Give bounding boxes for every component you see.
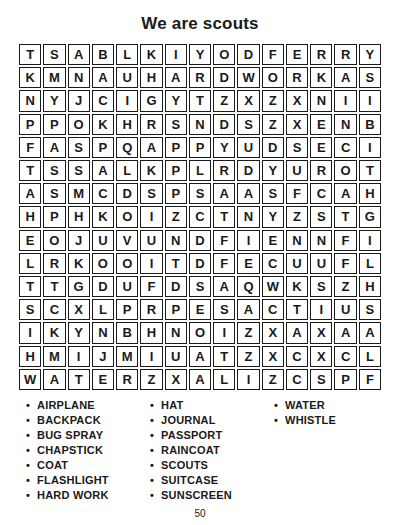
bullet-icon: • <box>26 443 30 458</box>
grid-cell-r3c1[interactable]: N <box>19 90 41 111</box>
grid-cell-r11c7[interactable]: D <box>165 276 187 297</box>
grid-cell-r6c2[interactable]: S <box>43 160 65 181</box>
word-label: HAT <box>161 398 183 413</box>
bullet-icon: • <box>150 488 154 503</box>
grid-cell-r10c13[interactable]: U <box>310 253 332 274</box>
grid-cell-r14c10[interactable]: Z <box>237 346 259 367</box>
grid-cell-r10c4[interactable]: O <box>92 253 114 274</box>
word-list-item: •RAINCOAT <box>150 443 274 458</box>
grid-cell-r2c15[interactable]: S <box>359 67 381 88</box>
grid-cell-r6c8[interactable]: L <box>189 160 211 181</box>
grid-cell-r7c2[interactable]: S <box>43 183 65 204</box>
word-list-item: •WHISTLE <box>274 413 336 428</box>
grid-cell-r1c8[interactable]: Y <box>189 44 211 65</box>
grid-cell-r15c2[interactable]: A <box>43 369 65 390</box>
grid-cell-r5c10[interactable]: U <box>237 137 259 158</box>
word-label: WATER <box>285 398 325 413</box>
grid-cell-r6c10[interactable]: D <box>237 160 259 181</box>
grid-cell-r7c8[interactable]: S <box>189 183 211 204</box>
grid-cell-r12c13[interactable]: I <box>310 299 332 320</box>
grid-cell-r7c1[interactable]: A <box>19 183 41 204</box>
grid-cell-r1c9[interactable]: O <box>213 44 235 65</box>
grid-cell-r10c1[interactable]: L <box>19 253 41 274</box>
grid-cell-r14c14[interactable]: C <box>334 346 356 367</box>
grid-cell-r13c15[interactable]: A <box>359 322 381 343</box>
grid-cell-r4c15[interactable]: B <box>359 114 381 135</box>
grid-cell-r6c15[interactable]: T <box>359 160 381 181</box>
grid-cell-r3c11[interactable]: Z <box>262 90 284 111</box>
grid-cell-r2c14[interactable]: A <box>334 67 356 88</box>
grid-cell-r6c11[interactable]: Y <box>262 160 284 181</box>
word-label: BACKPACK <box>37 413 101 428</box>
grid-cell-r8c9[interactable]: T <box>213 206 235 227</box>
grid-cell-r11c8[interactable]: S <box>189 276 211 297</box>
grid-cell-r1c13[interactable]: R <box>310 44 332 65</box>
grid-cell-r11c1[interactable]: T <box>19 276 41 297</box>
grid-cell-r13c3[interactable]: Y <box>68 322 90 343</box>
grid-cell-r15c7[interactable]: X <box>165 369 187 390</box>
grid-cell-r6c14[interactable]: O <box>334 160 356 181</box>
grid-cell-r13c6[interactable]: H <box>140 322 162 343</box>
grid-cell-r2c9[interactable]: D <box>213 67 235 88</box>
grid-cell-r7c9[interactable]: A <box>213 183 235 204</box>
grid-cell-r13c8[interactable]: O <box>189 322 211 343</box>
grid-cell-r8c10[interactable]: N <box>237 206 259 227</box>
grid-cell-r9c6[interactable]: U <box>140 230 162 251</box>
grid-cell-r15c11[interactable]: Z <box>262 369 284 390</box>
grid-cell-r8c5[interactable]: O <box>116 206 138 227</box>
word-search-grid: TSABLKIYODFERRYKMNAUHARDWORKASNYJCIGYTZX… <box>19 44 381 390</box>
word-list-item: •BACKPACK <box>26 413 150 428</box>
grid-cell-r13c9[interactable]: I <box>213 322 235 343</box>
word-label: COAT <box>37 458 68 473</box>
grid-cell-r7c6[interactable]: S <box>140 183 162 204</box>
grid-cell-r14c15[interactable]: L <box>359 346 381 367</box>
grid-cell-r5c11[interactable]: D <box>262 137 284 158</box>
grid-cell-r12c7[interactable]: P <box>165 299 187 320</box>
grid-cell-r11c2[interactable]: T <box>43 276 65 297</box>
word-list-item: •JOURNAL <box>150 413 274 428</box>
grid-cell-r10c8[interactable]: D <box>189 253 211 274</box>
grid-cell-r5c3[interactable]: S <box>68 137 90 158</box>
word-list-item: •HAT <box>150 398 274 413</box>
grid-cell-r9c9[interactable]: F <box>213 230 235 251</box>
grid-cell-r6c12[interactable]: U <box>286 160 308 181</box>
bullet-icon: • <box>26 398 30 413</box>
puzzle-page: We are scouts TSABLKIYODFERRYKMNAUHARDWO… <box>0 0 400 525</box>
grid-cell-r11c13[interactable]: S <box>310 276 332 297</box>
grid-cell-r1c1[interactable]: T <box>19 44 41 65</box>
grid-cell-r2c12[interactable]: R <box>286 67 308 88</box>
grid-cell-r4c10[interactable]: S <box>237 114 259 135</box>
grid-cell-r9c7[interactable]: N <box>165 230 187 251</box>
grid-cell-r11c9[interactable]: A <box>213 276 235 297</box>
grid-cell-r12c10[interactable]: A <box>237 299 259 320</box>
grid-cell-r6c4[interactable]: A <box>92 160 114 181</box>
grid-cell-r10c11[interactable]: C <box>262 253 284 274</box>
grid-cell-r12c2[interactable]: C <box>43 299 65 320</box>
grid-cell-r8c6[interactable]: I <box>140 206 162 227</box>
grid-cell-r7c14[interactable]: A <box>334 183 356 204</box>
grid-cell-r14c2[interactable]: M <box>43 346 65 367</box>
grid-cell-r15c15[interactable]: F <box>359 369 381 390</box>
grid-cell-r11c11[interactable]: W <box>262 276 284 297</box>
grid-cell-r9c12[interactable]: N <box>286 230 308 251</box>
grid-cell-r10c12[interactable]: U <box>286 253 308 274</box>
word-label: SUNSCREEN <box>161 488 232 503</box>
grid-cell-r6c9[interactable]: R <box>213 160 235 181</box>
grid-cell-r8c4[interactable]: K <box>92 206 114 227</box>
grid-cell-r12c11[interactable]: C <box>262 299 284 320</box>
grid-cell-r3c4[interactable]: C <box>92 90 114 111</box>
grid-cell-r10c10[interactable]: E <box>237 253 259 274</box>
grid-cell-r4c2[interactable]: P <box>43 114 65 135</box>
bullet-icon: • <box>274 398 278 413</box>
grid-cell-r12c14[interactable]: U <box>334 299 356 320</box>
grid-cell-r4c8[interactable]: N <box>189 114 211 135</box>
grid-cell-r14c8[interactable]: A <box>189 346 211 367</box>
grid-cell-r7c10[interactable]: A <box>237 183 259 204</box>
grid-cell-r8c14[interactable]: T <box>334 206 356 227</box>
grid-cell-r15c6[interactable]: Z <box>140 369 162 390</box>
grid-cell-r4c5[interactable]: H <box>116 114 138 135</box>
grid-cell-r2c7[interactable]: A <box>165 67 187 88</box>
grid-cell-r8c3[interactable]: H <box>68 206 90 227</box>
grid-cell-r15c12[interactable]: C <box>286 369 308 390</box>
grid-cell-r4c3[interactable]: O <box>68 114 90 135</box>
bullet-icon: • <box>150 398 154 413</box>
word-list-item: •FLASHLIGHT <box>26 473 150 488</box>
grid-cell-r10c6[interactable]: I <box>140 253 162 274</box>
grid-cell-r7c12[interactable]: F <box>286 183 308 204</box>
grid-cell-r7c4[interactable]: C <box>92 183 114 204</box>
word-label: WHISTLE <box>285 413 336 428</box>
word-list-item: •CHAPSTICK <box>26 443 150 458</box>
grid-cell-r2c13[interactable]: K <box>310 67 332 88</box>
grid-cell-r6c6[interactable]: K <box>140 160 162 181</box>
grid-cell-r11c14[interactable]: Z <box>334 276 356 297</box>
grid-cell-r13c12[interactable]: A <box>286 322 308 343</box>
bullet-icon: • <box>26 473 30 488</box>
grid-cell-r6c3[interactable]: S <box>68 160 90 181</box>
bullet-icon: • <box>150 473 154 488</box>
grid-cell-r5c14[interactable]: C <box>334 137 356 158</box>
grid-cell-r8c7[interactable]: Z <box>165 206 187 227</box>
grid-cell-r12c6[interactable]: R <box>140 299 162 320</box>
grid-cell-r12c15[interactable]: S <box>359 299 381 320</box>
word-label: FLASHLIGHT <box>37 473 109 488</box>
grid-cell-r9c11[interactable]: E <box>262 230 284 251</box>
bullet-icon: • <box>150 428 154 443</box>
grid-cell-r6c1[interactable]: T <box>19 160 41 181</box>
grid-cell-r8c12[interactable]: Z <box>286 206 308 227</box>
word-list-item: •SUNSCREEN <box>150 488 274 503</box>
grid-cell-r2c5[interactable]: U <box>116 67 138 88</box>
grid-cell-r8c15[interactable]: G <box>359 206 381 227</box>
word-list: •AIRPLANE•BACKPACK•BUG SPRAY•CHAPSTICK•C… <box>26 398 400 503</box>
grid-cell-r3c5[interactable]: I <box>116 90 138 111</box>
grid-cell-r2c3[interactable]: N <box>68 67 90 88</box>
grid-cell-r1c4[interactable]: B <box>92 44 114 65</box>
grid-cell-r1c10[interactable]: D <box>237 44 259 65</box>
grid-cell-r4c7[interactable]: S <box>165 114 187 135</box>
grid-cell-r15c1[interactable]: W <box>19 369 41 390</box>
grid-cell-r13c1[interactable]: I <box>19 322 41 343</box>
grid-cell-r14c9[interactable]: T <box>213 346 235 367</box>
grid-cell-r4c13[interactable]: E <box>310 114 332 135</box>
grid-cell-r15c14[interactable]: P <box>334 369 356 390</box>
grid-cell-r5c8[interactable]: P <box>189 137 211 158</box>
grid-cell-r10c3[interactable]: K <box>68 253 90 274</box>
grid-cell-r14c6[interactable]: I <box>140 346 162 367</box>
grid-cell-r11c4[interactable]: D <box>92 276 114 297</box>
grid-cell-r13c2[interactable]: K <box>43 322 65 343</box>
grid-cell-r10c7[interactable]: T <box>165 253 187 274</box>
grid-cell-r5c7[interactable]: P <box>165 137 187 158</box>
grid-cell-r5c6[interactable]: A <box>140 137 162 158</box>
grid-cell-r15c10[interactable]: I <box>237 369 259 390</box>
grid-cell-r8c2[interactable]: P <box>43 206 65 227</box>
grid-cell-r11c12[interactable]: K <box>286 276 308 297</box>
word-list-item: •SCOUTS <box>150 458 274 473</box>
grid-cell-r10c2[interactable]: R <box>43 253 65 274</box>
grid-cell-r11c3[interactable]: G <box>68 276 90 297</box>
grid-cell-r5c15[interactable]: I <box>359 137 381 158</box>
bullet-icon: • <box>150 443 154 458</box>
grid-cell-r8c13[interactable]: S <box>310 206 332 227</box>
word-label: CHAPSTICK <box>37 443 103 458</box>
grid-cell-r12c9[interactable]: S <box>213 299 235 320</box>
grid-cell-r3c13[interactable]: N <box>310 90 332 111</box>
grid-cell-r14c5[interactable]: M <box>116 346 138 367</box>
bullet-icon: • <box>26 458 30 473</box>
grid-cell-r3c2[interactable]: Y <box>43 90 65 111</box>
grid-cell-r14c12[interactable]: C <box>286 346 308 367</box>
grid-cell-r6c5[interactable]: L <box>116 160 138 181</box>
grid-cell-r2c8[interactable]: R <box>189 67 211 88</box>
grid-cell-r10c15[interactable]: L <box>359 253 381 274</box>
word-label: HARD WORK <box>37 488 108 503</box>
grid-cell-r3c10[interactable]: X <box>237 90 259 111</box>
word-label: JOURNAL <box>161 413 216 428</box>
grid-cell-r2c11[interactable]: O <box>262 67 284 88</box>
word-list-item: •AIRPLANE <box>26 398 150 413</box>
grid-cell-r14c1[interactable]: H <box>19 346 41 367</box>
grid-cell-r13c10[interactable]: Z <box>237 322 259 343</box>
grid-cell-r1c7[interactable]: I <box>165 44 187 65</box>
word-label: SUITCASE <box>161 473 218 488</box>
grid-cell-r12c12[interactable]: T <box>286 299 308 320</box>
grid-cell-r3c15[interactable]: I <box>359 90 381 111</box>
grid-cell-r10c9[interactable]: F <box>213 253 235 274</box>
grid-cell-r1c14[interactable]: R <box>334 44 356 65</box>
grid-cell-r7c3[interactable]: M <box>68 183 90 204</box>
grid-cell-r3c8[interactable]: T <box>189 90 211 111</box>
grid-cell-r5c9[interactable]: Y <box>213 137 235 158</box>
grid-cell-r5c1[interactable]: F <box>19 137 41 158</box>
grid-cell-r8c11[interactable]: Y <box>262 206 284 227</box>
word-label: RAINCOAT <box>161 443 220 458</box>
grid-cell-r5c12[interactable]: S <box>286 137 308 158</box>
grid-cell-r10c14[interactable]: F <box>334 253 356 274</box>
grid-cell-r10c5[interactable]: O <box>116 253 138 274</box>
word-label: PASSPORT <box>161 428 222 443</box>
grid-cell-r4c12[interactable]: X <box>286 114 308 135</box>
word-list-item: •WATER <box>274 398 336 413</box>
grid-cell-r12c8[interactable]: E <box>189 299 211 320</box>
grid-cell-r1c15[interactable]: Y <box>359 44 381 65</box>
bullet-icon: • <box>150 458 154 473</box>
grid-cell-r9c4[interactable]: U <box>92 230 114 251</box>
grid-cell-r1c11[interactable]: F <box>262 44 284 65</box>
grid-cell-r15c13[interactable]: S <box>310 369 332 390</box>
grid-cell-r9c5[interactable]: V <box>116 230 138 251</box>
word-list-item: •COAT <box>26 458 150 473</box>
grid-cell-r5c2[interactable]: A <box>43 137 65 158</box>
grid-cell-r6c13[interactable]: R <box>310 160 332 181</box>
grid-cell-r14c13[interactable]: X <box>310 346 332 367</box>
grid-cell-r7c5[interactable]: D <box>116 183 138 204</box>
word-label: SCOUTS <box>161 458 208 473</box>
grid-cell-r1c3[interactable]: A <box>68 44 90 65</box>
word-list-item: •PASSPORT <box>150 428 274 443</box>
grid-cell-r13c7[interactable]: N <box>165 322 187 343</box>
bullet-icon: • <box>274 413 278 428</box>
grid-cell-r3c3[interactable]: J <box>68 90 90 111</box>
grid-cell-r3c12[interactable]: X <box>286 90 308 111</box>
grid-cell-r4c1[interactable]: P <box>19 114 41 135</box>
page-title: We are scouts <box>0 0 400 34</box>
grid-cell-r3c7[interactable]: Y <box>165 90 187 111</box>
grid-cell-r12c5[interactable]: P <box>116 299 138 320</box>
grid-cell-r8c1[interactable]: H <box>19 206 41 227</box>
grid-cell-r12c3[interactable]: X <box>68 299 90 320</box>
grid-cell-r11c5[interactable]: U <box>116 276 138 297</box>
grid-cell-r1c5[interactable]: L <box>116 44 138 65</box>
bullet-icon: • <box>26 413 30 428</box>
grid-cell-r4c9[interactable]: D <box>213 114 235 135</box>
grid-cell-r9c14[interactable]: F <box>334 230 356 251</box>
grid-cell-r2c4[interactable]: A <box>92 67 114 88</box>
word-list-column: •WATER•WHISTLE <box>274 398 336 428</box>
word-list-item: •HARD WORK <box>26 488 150 503</box>
word-label: BUG SPRAY <box>37 428 103 443</box>
grid-cell-r2c2[interactable]: M <box>43 67 65 88</box>
grid-cell-r7c15[interactable]: H <box>359 183 381 204</box>
grid-cell-r13c14[interactable]: A <box>334 322 356 343</box>
grid-cell-r13c13[interactable]: X <box>310 322 332 343</box>
grid-cell-r6c7[interactable]: P <box>165 160 187 181</box>
grid-cell-r14c3[interactable]: I <box>68 346 90 367</box>
grid-cell-r13c5[interactable]: B <box>116 322 138 343</box>
grid-cell-r15c5[interactable]: R <box>116 369 138 390</box>
word-list-column: •HAT•JOURNAL•PASSPORT•RAINCOAT•SCOUTS•SU… <box>150 398 274 503</box>
grid-cell-r15c4[interactable]: E <box>92 369 114 390</box>
grid-cell-r3c6[interactable]: G <box>140 90 162 111</box>
grid-cell-r14c7[interactable]: U <box>165 346 187 367</box>
grid-cell-r14c4[interactable]: J <box>92 346 114 367</box>
grid-cell-r4c6[interactable]: R <box>140 114 162 135</box>
grid-cell-r13c4[interactable]: N <box>92 322 114 343</box>
grid-cell-r15c9[interactable]: L <box>213 369 235 390</box>
grid-cell-r12c1[interactable]: S <box>19 299 41 320</box>
grid-cell-r3c9[interactable]: Z <box>213 90 235 111</box>
grid-cell-r3c14[interactable]: I <box>334 90 356 111</box>
word-list-item: •SUITCASE <box>150 473 274 488</box>
grid-cell-r7c7[interactable]: P <box>165 183 187 204</box>
word-list-item: •BUG SPRAY <box>26 428 150 443</box>
grid-cell-r11c15[interactable]: H <box>359 276 381 297</box>
grid-cell-r4c11[interactable]: Z <box>262 114 284 135</box>
grid-cell-r7c11[interactable]: S <box>262 183 284 204</box>
grid-cell-r12c4[interactable]: L <box>92 299 114 320</box>
grid-cell-r9c2[interactable]: O <box>43 230 65 251</box>
grid-cell-r1c2[interactable]: S <box>43 44 65 65</box>
page-number: 50 <box>0 508 400 519</box>
grid-cell-r8c8[interactable]: C <box>189 206 211 227</box>
word-label: AIRPLANE <box>37 398 95 413</box>
grid-cell-r11c6[interactable]: F <box>140 276 162 297</box>
grid-cell-r11c10[interactable]: Q <box>237 276 259 297</box>
grid-cell-r2c1[interactable]: K <box>19 67 41 88</box>
grid-cell-r9c13[interactable]: N <box>310 230 332 251</box>
grid-cell-r4c4[interactable]: K <box>92 114 114 135</box>
grid-cell-r13c11[interactable]: X <box>262 322 284 343</box>
grid-cell-r2c6[interactable]: H <box>140 67 162 88</box>
grid-cell-r14c11[interactable]: X <box>262 346 284 367</box>
grid-cell-r9c8[interactable]: D <box>189 230 211 251</box>
grid-cell-r1c12[interactable]: E <box>286 44 308 65</box>
grid-cell-r5c4[interactable]: P <box>92 137 114 158</box>
grid-cell-r9c15[interactable]: I <box>359 230 381 251</box>
grid-cell-r9c10[interactable]: I <box>237 230 259 251</box>
bullet-icon: • <box>26 488 30 503</box>
bullet-icon: • <box>150 413 154 428</box>
grid-cell-r15c3[interactable]: T <box>68 369 90 390</box>
grid-cell-r1c6[interactable]: K <box>140 44 162 65</box>
grid-cell-r4c14[interactable]: N <box>334 114 356 135</box>
bullet-icon: • <box>26 428 30 443</box>
grid-cell-r15c8[interactable]: A <box>189 369 211 390</box>
grid-cell-r9c1[interactable]: E <box>19 230 41 251</box>
grid-cell-r9c3[interactable]: J <box>68 230 90 251</box>
grid-cell-r7c13[interactable]: C <box>310 183 332 204</box>
grid-cell-r5c13[interactable]: E <box>310 137 332 158</box>
word-list-column: •AIRPLANE•BACKPACK•BUG SPRAY•CHAPSTICK•C… <box>26 398 150 503</box>
grid-cell-r2c10[interactable]: W <box>237 67 259 88</box>
grid-cell-r5c5[interactable]: Q <box>116 137 138 158</box>
